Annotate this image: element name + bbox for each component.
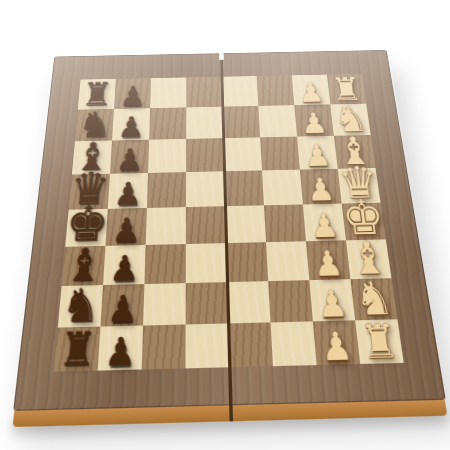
square-r7c8[interactable]: ♞ bbox=[350, 278, 397, 320]
square-r2c2[interactable]: ♟ bbox=[112, 108, 150, 140]
square-r3c2[interactable]: ♟ bbox=[110, 140, 149, 174]
square-r6c3[interactable] bbox=[144, 244, 185, 284]
black-pawn[interactable]: ♟ bbox=[104, 333, 137, 373]
square-r2c7[interactable]: ♟ bbox=[294, 104, 334, 136]
square-r1c6[interactable] bbox=[257, 75, 295, 106]
white-pawn[interactable]: ♟ bbox=[312, 247, 344, 283]
square-r7c1[interactable]: ♞ bbox=[58, 285, 103, 328]
square-r3c6[interactable] bbox=[260, 137, 300, 171]
square-r8c3[interactable] bbox=[142, 324, 186, 369]
square-r7c3[interactable] bbox=[143, 283, 186, 325]
square-r4c5[interactable] bbox=[224, 170, 264, 206]
square-r1c5[interactable] bbox=[222, 76, 259, 107]
square-r5c6[interactable] bbox=[264, 204, 306, 242]
black-rook[interactable]: ♜ bbox=[57, 326, 97, 374]
square-r4c6[interactable] bbox=[262, 170, 303, 206]
white-rook[interactable]: ♜ bbox=[358, 319, 401, 366]
square-r7c4[interactable] bbox=[186, 282, 228, 324]
square-r6c7[interactable]: ♟ bbox=[306, 240, 350, 280]
square-r8c4[interactable] bbox=[185, 323, 229, 368]
black-pawn[interactable]: ♟ bbox=[119, 83, 146, 110]
square-r6c4[interactable] bbox=[186, 243, 227, 283]
black-pawn[interactable]: ♟ bbox=[115, 145, 143, 175]
square-r1c3[interactable] bbox=[150, 77, 186, 108]
square-r5c4[interactable] bbox=[186, 206, 226, 244]
black-pawn[interactable]: ♟ bbox=[106, 291, 138, 329]
square-r4c7[interactable]: ♟ bbox=[300, 169, 342, 205]
square-r3c3[interactable] bbox=[148, 139, 186, 173]
black-pawn[interactable]: ♟ bbox=[111, 214, 141, 248]
square-r6c2[interactable]: ♟ bbox=[103, 245, 146, 285]
square-r2c5[interactable] bbox=[222, 106, 260, 138]
square-r5c2[interactable]: ♟ bbox=[105, 208, 146, 246]
square-r5c5[interactable] bbox=[225, 205, 266, 243]
square-r4c4[interactable] bbox=[186, 171, 225, 207]
square-r4c2[interactable]: ♟ bbox=[108, 173, 148, 209]
square-r2c3[interactable] bbox=[149, 107, 186, 139]
white-pawn[interactable]: ♟ bbox=[297, 79, 325, 106]
square-r3c7[interactable]: ♟ bbox=[297, 136, 338, 170]
square-r7c2[interactable]: ♟ bbox=[100, 284, 144, 326]
chess-board: ♜♟♟♜♞♟♟♞♝♟♟♝♛♟♟♛♚♟♟♚♝♟♟♝♞♟♟♞♜♟♟♜ bbox=[13, 50, 446, 411]
square-r1c2[interactable]: ♟ bbox=[114, 78, 151, 109]
square-r8c2[interactable]: ♟ bbox=[98, 326, 143, 371]
white-pawn[interactable]: ♟ bbox=[303, 141, 333, 171]
fold-gap bbox=[219, 52, 224, 60]
square-r3c5[interactable] bbox=[223, 137, 262, 171]
square-r6c5[interactable] bbox=[226, 242, 268, 282]
square-r7c7[interactable]: ♟ bbox=[309, 279, 355, 321]
white-pawn[interactable]: ♟ bbox=[300, 109, 329, 138]
square-r8c5[interactable] bbox=[228, 322, 273, 367]
square-r8c8[interactable]: ♜ bbox=[355, 319, 404, 364]
square-r4c3[interactable] bbox=[147, 172, 186, 208]
square-r8c7[interactable]: ♟ bbox=[313, 320, 360, 365]
square-r7c5[interactable] bbox=[227, 281, 271, 323]
black-pawn[interactable]: ♟ bbox=[117, 113, 145, 142]
black-pawn[interactable]: ♟ bbox=[109, 251, 140, 287]
black-pawn[interactable]: ♟ bbox=[113, 179, 142, 211]
white-pawn[interactable]: ♟ bbox=[320, 327, 355, 367]
square-r7c6[interactable] bbox=[268, 280, 313, 322]
product-photo-scene: ♜♟♟♜♞♟♟♞♝♟♟♝♛♟♟♛♚♟♟♚♝♟♟♝♞♟♟♞♜♟♟♜ bbox=[0, 0, 450, 450]
square-r5c3[interactable] bbox=[146, 207, 186, 245]
square-r2c6[interactable] bbox=[258, 105, 297, 137]
square-r8c6[interactable] bbox=[271, 321, 317, 366]
square-r6c6[interactable] bbox=[266, 241, 309, 281]
square-r1c7[interactable]: ♟ bbox=[292, 75, 330, 106]
white-pawn[interactable]: ♟ bbox=[316, 286, 350, 324]
square-r5c7[interactable]: ♟ bbox=[303, 204, 346, 242]
square-r2c4[interactable] bbox=[186, 107, 223, 139]
square-r1c4[interactable] bbox=[186, 77, 222, 108]
square-r3c4[interactable] bbox=[186, 138, 224, 172]
white-pawn[interactable]: ♟ bbox=[306, 174, 337, 206]
white-pawn[interactable]: ♟ bbox=[309, 209, 340, 243]
square-r8c1[interactable]: ♜ bbox=[54, 327, 101, 372]
